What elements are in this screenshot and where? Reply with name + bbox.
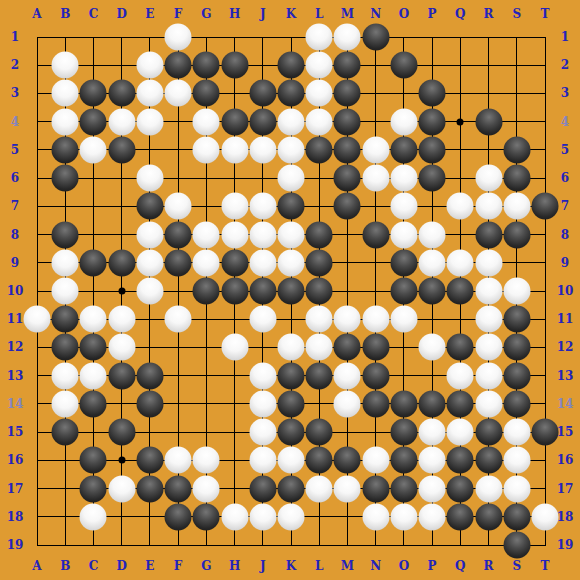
grid-line-horizontal xyxy=(37,545,546,546)
row-label-left-13: 13 xyxy=(7,370,24,382)
black-stone-E13[interactable] xyxy=(136,362,163,389)
white-stone-H8[interactable] xyxy=(221,221,248,248)
white-stone-O18[interactable] xyxy=(390,503,417,530)
white-stone-J13[interactable] xyxy=(249,362,276,389)
column-label-bottom-K: K xyxy=(286,560,296,572)
black-stone-B11[interactable] xyxy=(52,306,79,333)
black-stone-E17[interactable] xyxy=(136,475,163,502)
column-label-top-R: R xyxy=(484,8,494,20)
row-label-left-7: 7 xyxy=(11,200,19,212)
white-stone-G9[interactable] xyxy=(193,249,220,276)
white-stone-C18[interactable] xyxy=(80,503,107,530)
row-label-right-1: 1 xyxy=(561,31,569,43)
white-stone-S17[interactable] xyxy=(503,475,530,502)
white-stone-J8[interactable] xyxy=(249,221,276,248)
white-stone-E3[interactable] xyxy=(136,80,163,107)
column-label-top-M: M xyxy=(341,8,354,20)
black-stone-P6[interactable] xyxy=(419,165,446,192)
black-stone-O16[interactable] xyxy=(390,447,417,474)
black-stone-P14[interactable] xyxy=(419,390,446,417)
black-stone-J3[interactable] xyxy=(249,80,276,107)
white-stone-K16[interactable] xyxy=(278,447,305,474)
column-label-bottom-B: B xyxy=(60,560,70,572)
black-stone-D9[interactable] xyxy=(108,249,135,276)
white-stone-O4[interactable] xyxy=(390,108,417,135)
black-stone-M5[interactable] xyxy=(334,136,361,163)
white-stone-D11[interactable] xyxy=(108,306,135,333)
column-label-bottom-L: L xyxy=(315,560,323,572)
black-stone-K17[interactable] xyxy=(278,475,305,502)
white-stone-G16[interactable] xyxy=(193,447,220,474)
black-stone-R8[interactable] xyxy=(475,221,502,248)
white-stone-B10[interactable] xyxy=(52,278,79,305)
black-stone-D15[interactable] xyxy=(108,419,135,446)
white-stone-J5[interactable] xyxy=(249,136,276,163)
white-stone-H12[interactable] xyxy=(221,334,248,361)
row-label-right-8: 8 xyxy=(561,229,569,241)
column-label-top-O: O xyxy=(399,8,409,20)
white-stone-M13[interactable] xyxy=(334,362,361,389)
white-stone-H7[interactable] xyxy=(221,193,248,220)
column-label-bottom-H: H xyxy=(229,560,240,572)
black-stone-S11[interactable] xyxy=(503,306,530,333)
white-stone-B2[interactable] xyxy=(52,52,79,79)
column-label-top-S: S xyxy=(512,8,521,20)
white-stone-P12[interactable] xyxy=(419,334,446,361)
white-stone-P9[interactable] xyxy=(419,249,446,276)
black-stone-L10[interactable] xyxy=(306,278,333,305)
row-label-right-13: 13 xyxy=(557,370,574,382)
white-stone-R7[interactable] xyxy=(475,193,502,220)
row-label-right-7: 7 xyxy=(561,200,569,212)
white-stone-K9[interactable] xyxy=(278,249,305,276)
white-stone-C5[interactable] xyxy=(80,136,107,163)
white-stone-D17[interactable] xyxy=(108,475,135,502)
black-stone-N13[interactable] xyxy=(362,362,389,389)
white-stone-R17[interactable] xyxy=(475,475,502,502)
white-stone-N5[interactable] xyxy=(362,136,389,163)
white-stone-D12[interactable] xyxy=(108,334,135,361)
black-stone-L16[interactable] xyxy=(306,447,333,474)
column-label-top-K: K xyxy=(286,8,296,20)
black-stone-F17[interactable] xyxy=(165,475,192,502)
column-label-top-T: T xyxy=(541,8,550,20)
white-stone-B4[interactable] xyxy=(52,108,79,135)
white-stone-Q9[interactable] xyxy=(447,249,474,276)
black-stone-P4[interactable] xyxy=(419,108,446,135)
white-stone-N18[interactable] xyxy=(362,503,389,530)
black-stone-S14[interactable] xyxy=(503,390,530,417)
black-stone-H10[interactable] xyxy=(221,278,248,305)
column-label-bottom-G: G xyxy=(201,560,211,572)
black-stone-M4[interactable] xyxy=(334,108,361,135)
row-label-right-16: 16 xyxy=(557,454,574,466)
star-point-D16 xyxy=(118,457,125,464)
row-label-right-17: 17 xyxy=(557,483,574,495)
black-stone-S19[interactable] xyxy=(503,532,530,559)
black-stone-N1[interactable] xyxy=(362,24,389,51)
white-stone-N11[interactable] xyxy=(362,306,389,333)
white-stone-R13[interactable] xyxy=(475,362,502,389)
white-stone-E4[interactable] xyxy=(136,108,163,135)
white-stone-R10[interactable] xyxy=(475,278,502,305)
column-label-bottom-F: F xyxy=(174,560,183,572)
white-stone-F7[interactable] xyxy=(165,193,192,220)
black-stone-O17[interactable] xyxy=(390,475,417,502)
black-stone-O10[interactable] xyxy=(390,278,417,305)
white-stone-S15[interactable] xyxy=(503,419,530,446)
white-stone-L3[interactable] xyxy=(306,80,333,107)
column-label-bottom-D: D xyxy=(116,560,126,572)
white-stone-A11[interactable] xyxy=(24,306,51,333)
black-stone-K10[interactable] xyxy=(278,278,305,305)
black-stone-K14[interactable] xyxy=(278,390,305,417)
black-stone-M12[interactable] xyxy=(334,334,361,361)
white-stone-D4[interactable] xyxy=(108,108,135,135)
black-stone-M3[interactable] xyxy=(334,80,361,107)
black-stone-C17[interactable] xyxy=(80,475,107,502)
row-label-left-17: 17 xyxy=(7,483,24,495)
black-stone-K3[interactable] xyxy=(278,80,305,107)
white-stone-K8[interactable] xyxy=(278,221,305,248)
row-label-left-5: 5 xyxy=(11,144,19,156)
black-stone-R15[interactable] xyxy=(475,419,502,446)
black-stone-Q18[interactable] xyxy=(447,503,474,530)
row-label-right-12: 12 xyxy=(557,341,574,353)
row-label-right-3: 3 xyxy=(561,87,569,99)
row-label-left-3: 3 xyxy=(11,87,19,99)
white-stone-B14[interactable] xyxy=(52,390,79,417)
black-stone-O14[interactable] xyxy=(390,390,417,417)
row-label-left-2: 2 xyxy=(11,59,19,71)
white-stone-P17[interactable] xyxy=(419,475,446,502)
black-stone-C4[interactable] xyxy=(80,108,107,135)
row-label-left-8: 8 xyxy=(11,229,19,241)
column-label-bottom-M: M xyxy=(341,560,354,572)
black-stone-L8[interactable] xyxy=(306,221,333,248)
white-stone-J11[interactable] xyxy=(249,306,276,333)
black-stone-K13[interactable] xyxy=(278,362,305,389)
white-stone-F1[interactable] xyxy=(165,24,192,51)
white-stone-G17[interactable] xyxy=(193,475,220,502)
white-stone-N16[interactable] xyxy=(362,447,389,474)
black-stone-H9[interactable] xyxy=(221,249,248,276)
black-stone-C9[interactable] xyxy=(80,249,107,276)
white-stone-P8[interactable] xyxy=(419,221,446,248)
white-stone-Q7[interactable] xyxy=(447,193,474,220)
column-label-bottom-S: S xyxy=(512,560,521,572)
row-label-left-9: 9 xyxy=(11,257,19,269)
black-stone-Q17[interactable] xyxy=(447,475,474,502)
column-label-bottom-A: A xyxy=(32,560,41,572)
white-stone-B9[interactable] xyxy=(52,249,79,276)
star-point-D10 xyxy=(118,288,125,295)
black-stone-F9[interactable] xyxy=(165,249,192,276)
black-stone-D5[interactable] xyxy=(108,136,135,163)
column-label-top-L: L xyxy=(315,8,323,20)
black-stone-C16[interactable] xyxy=(80,447,107,474)
black-stone-P10[interactable] xyxy=(419,278,446,305)
black-stone-S6[interactable] xyxy=(503,165,530,192)
white-stone-M1[interactable] xyxy=(334,24,361,51)
white-stone-J16[interactable] xyxy=(249,447,276,474)
black-stone-D3[interactable] xyxy=(108,80,135,107)
black-stone-J4[interactable] xyxy=(249,108,276,135)
white-stone-K12[interactable] xyxy=(278,334,305,361)
column-label-top-G: G xyxy=(201,8,211,20)
white-stone-F3[interactable] xyxy=(165,80,192,107)
black-stone-K15[interactable] xyxy=(278,419,305,446)
black-stone-B12[interactable] xyxy=(52,334,79,361)
black-stone-C3[interactable] xyxy=(80,80,107,107)
white-stone-F16[interactable] xyxy=(165,447,192,474)
column-label-top-P: P xyxy=(428,8,437,20)
black-stone-M6[interactable] xyxy=(334,165,361,192)
black-stone-H2[interactable] xyxy=(221,52,248,79)
black-stone-R4[interactable] xyxy=(475,108,502,135)
column-label-top-D: D xyxy=(116,8,126,20)
black-stone-F2[interactable] xyxy=(165,52,192,79)
column-label-bottom-Q: Q xyxy=(455,560,465,572)
black-stone-B6[interactable] xyxy=(52,165,79,192)
black-stone-J10[interactable] xyxy=(249,278,276,305)
column-label-bottom-E: E xyxy=(145,560,154,572)
white-stone-S16[interactable] xyxy=(503,447,530,474)
row-label-left-11: 11 xyxy=(7,313,24,325)
black-stone-P3[interactable] xyxy=(419,80,446,107)
row-label-right-2: 2 xyxy=(561,59,569,71)
column-label-bottom-N: N xyxy=(370,560,381,572)
black-stone-G2[interactable] xyxy=(193,52,220,79)
black-stone-L9[interactable] xyxy=(306,249,333,276)
white-stone-O11[interactable] xyxy=(390,306,417,333)
column-label-top-J: J xyxy=(260,8,266,20)
black-stone-O15[interactable] xyxy=(390,419,417,446)
white-stone-R11[interactable] xyxy=(475,306,502,333)
white-stone-J18[interactable] xyxy=(249,503,276,530)
white-stone-S10[interactable] xyxy=(503,278,530,305)
black-stone-C12[interactable] xyxy=(80,334,107,361)
black-stone-B8[interactable] xyxy=(52,221,79,248)
column-label-top-C: C xyxy=(89,8,99,20)
column-label-top-E: E xyxy=(145,8,154,20)
column-label-top-Q: Q xyxy=(455,8,465,20)
row-label-left-19: 19 xyxy=(7,539,24,551)
black-stone-E16[interactable] xyxy=(136,447,163,474)
black-stone-N17[interactable] xyxy=(362,475,389,502)
white-stone-R6[interactable] xyxy=(475,165,502,192)
white-stone-G5[interactable] xyxy=(193,136,220,163)
black-stone-C14[interactable] xyxy=(80,390,107,417)
row-label-left-15: 15 xyxy=(7,426,24,438)
white-stone-T18[interactable] xyxy=(532,503,559,530)
black-stone-S5[interactable] xyxy=(503,136,530,163)
white-stone-R9[interactable] xyxy=(475,249,502,276)
white-stone-H18[interactable] xyxy=(221,503,248,530)
row-label-right-14: 14 xyxy=(557,398,574,410)
black-stone-E14[interactable] xyxy=(136,390,163,417)
row-label-right-5: 5 xyxy=(561,144,569,156)
white-stone-E2[interactable] xyxy=(136,52,163,79)
black-stone-S18[interactable] xyxy=(503,503,530,530)
black-stone-R18[interactable] xyxy=(475,503,502,530)
black-stone-N12[interactable] xyxy=(362,334,389,361)
black-stone-O5[interactable] xyxy=(390,136,417,163)
white-stone-Q15[interactable] xyxy=(447,419,474,446)
column-label-top-B: B xyxy=(60,8,70,20)
black-stone-M2[interactable] xyxy=(334,52,361,79)
row-label-left-1: 1 xyxy=(11,31,19,43)
row-label-left-14: 14 xyxy=(7,398,24,410)
black-stone-J17[interactable] xyxy=(249,475,276,502)
black-stone-H4[interactable] xyxy=(221,108,248,135)
white-stone-B3[interactable] xyxy=(52,80,79,107)
column-label-top-A: A xyxy=(32,8,41,20)
black-stone-B15[interactable] xyxy=(52,419,79,446)
black-stone-N8[interactable] xyxy=(362,221,389,248)
black-stone-S13[interactable] xyxy=(503,362,530,389)
black-stone-L15[interactable] xyxy=(306,419,333,446)
white-stone-L4[interactable] xyxy=(306,108,333,135)
black-stone-F18[interactable] xyxy=(165,503,192,530)
white-stone-M14[interactable] xyxy=(334,390,361,417)
row-label-right-6: 6 xyxy=(561,172,569,184)
column-label-top-F: F xyxy=(174,8,183,20)
column-label-bottom-T: T xyxy=(541,560,550,572)
row-label-right-18: 18 xyxy=(557,511,574,523)
black-stone-S12[interactable] xyxy=(503,334,530,361)
white-stone-P15[interactable] xyxy=(419,419,446,446)
row-label-right-11: 11 xyxy=(557,313,574,325)
column-label-bottom-R: R xyxy=(484,560,494,572)
white-stone-M11[interactable] xyxy=(334,306,361,333)
row-label-left-4: 4 xyxy=(11,116,19,128)
white-stone-E6[interactable] xyxy=(136,165,163,192)
white-stone-Q13[interactable] xyxy=(447,362,474,389)
black-stone-E7[interactable] xyxy=(136,193,163,220)
black-stone-K2[interactable] xyxy=(278,52,305,79)
black-stone-M16[interactable] xyxy=(334,447,361,474)
white-stone-G8[interactable] xyxy=(193,221,220,248)
black-stone-P5[interactable] xyxy=(419,136,446,163)
white-stone-K18[interactable] xyxy=(278,503,305,530)
white-stone-E8[interactable] xyxy=(136,221,163,248)
row-label-left-6: 6 xyxy=(11,172,19,184)
black-stone-G18[interactable] xyxy=(193,503,220,530)
column-label-top-H: H xyxy=(229,8,240,20)
white-stone-O7[interactable] xyxy=(390,193,417,220)
row-label-left-16: 16 xyxy=(7,454,24,466)
row-label-right-10: 10 xyxy=(557,285,574,297)
white-stone-S7[interactable] xyxy=(503,193,530,220)
row-label-right-9: 9 xyxy=(561,257,569,269)
black-stone-G3[interactable] xyxy=(193,80,220,107)
column-label-bottom-C: C xyxy=(89,560,99,572)
white-stone-L12[interactable] xyxy=(306,334,333,361)
row-label-right-4: 4 xyxy=(561,116,569,128)
grid-line-vertical xyxy=(545,37,546,546)
white-stone-P18[interactable] xyxy=(419,503,446,530)
white-stone-L1[interactable] xyxy=(306,24,333,51)
black-stone-Q12[interactable] xyxy=(447,334,474,361)
black-stone-G10[interactable] xyxy=(193,278,220,305)
white-stone-L11[interactable] xyxy=(306,306,333,333)
white-stone-J14[interactable] xyxy=(249,390,276,417)
black-stone-B5[interactable] xyxy=(52,136,79,163)
column-label-bottom-O: O xyxy=(399,560,409,572)
white-stone-M17[interactable] xyxy=(334,475,361,502)
white-stone-E10[interactable] xyxy=(136,278,163,305)
black-stone-Q10[interactable] xyxy=(447,278,474,305)
black-stone-N14[interactable] xyxy=(362,390,389,417)
row-label-right-15: 15 xyxy=(557,426,574,438)
black-stone-R16[interactable] xyxy=(475,447,502,474)
black-stone-O9[interactable] xyxy=(390,249,417,276)
white-stone-E9[interactable] xyxy=(136,249,163,276)
black-stone-T15[interactable] xyxy=(532,419,559,446)
row-label-left-12: 12 xyxy=(7,341,24,353)
white-stone-C11[interactable] xyxy=(80,306,107,333)
white-stone-H5[interactable] xyxy=(221,136,248,163)
white-stone-K4[interactable] xyxy=(278,108,305,135)
white-stone-R14[interactable] xyxy=(475,390,502,417)
white-stone-K5[interactable] xyxy=(278,136,305,163)
white-stone-N6[interactable] xyxy=(362,165,389,192)
black-stone-T7[interactable] xyxy=(532,193,559,220)
column-label-bottom-J: J xyxy=(260,560,266,572)
row-label-right-19: 19 xyxy=(557,539,574,551)
column-label-bottom-P: P xyxy=(428,560,437,572)
row-label-left-10: 10 xyxy=(7,285,24,297)
column-label-top-N: N xyxy=(370,8,381,20)
white-stone-J15[interactable] xyxy=(249,419,276,446)
white-stone-P16[interactable] xyxy=(419,447,446,474)
black-stone-L13[interactable] xyxy=(306,362,333,389)
white-stone-B13[interactable] xyxy=(52,362,79,389)
white-stone-L17[interactable] xyxy=(306,475,333,502)
black-stone-D13[interactable] xyxy=(108,362,135,389)
black-stone-Q16[interactable] xyxy=(447,447,474,474)
white-stone-J7[interactable] xyxy=(249,193,276,220)
black-stone-L5[interactable] xyxy=(306,136,333,163)
white-stone-J9[interactable] xyxy=(249,249,276,276)
white-stone-K6[interactable] xyxy=(278,165,305,192)
go-board: ABCDEFGHJKLMNOPQRST ABCDEFGHJKLMNOPQRST … xyxy=(0,0,580,580)
black-stone-M7[interactable] xyxy=(334,193,361,220)
white-stone-G4[interactable] xyxy=(193,108,220,135)
black-stone-S8[interactable] xyxy=(503,221,530,248)
white-stone-C13[interactable] xyxy=(80,362,107,389)
black-stone-O2[interactable] xyxy=(390,52,417,79)
row-label-left-18: 18 xyxy=(7,511,24,523)
black-stone-Q14[interactable] xyxy=(447,390,474,417)
white-stone-O6[interactable] xyxy=(390,165,417,192)
white-stone-O8[interactable] xyxy=(390,221,417,248)
white-stone-F11[interactable] xyxy=(165,306,192,333)
black-stone-K7[interactable] xyxy=(278,193,305,220)
white-stone-R12[interactable] xyxy=(475,334,502,361)
white-stone-L2[interactable] xyxy=(306,52,333,79)
star-point-Q4 xyxy=(457,118,464,125)
black-stone-F8[interactable] xyxy=(165,221,192,248)
